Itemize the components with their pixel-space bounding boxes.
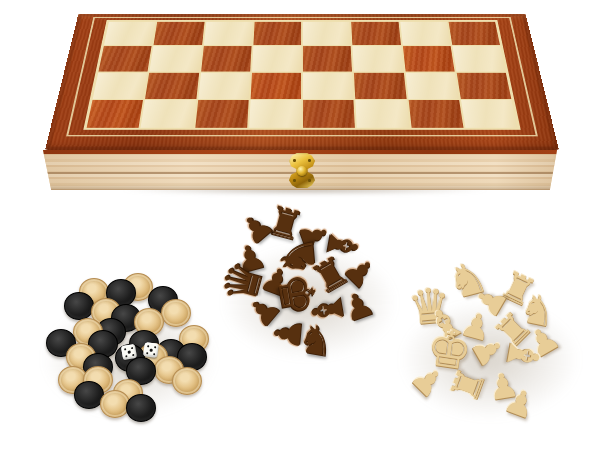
scene: ♜♟♟♝♞♟♟♟♜♛♚♟♝♟♟♞♞♜♟♞♛♝♟♜♟♚♟♝♟♜♟♟ xyxy=(0,0,600,450)
die-pip xyxy=(125,355,128,358)
die-showing-5 xyxy=(143,342,159,358)
die-pip xyxy=(153,346,156,349)
checker-disc-dark xyxy=(126,394,156,422)
chess-piece-dark-knight: ♞ xyxy=(295,317,337,363)
die-pip xyxy=(127,350,130,353)
pieces-layer: ♜♟♟♝♞♟♟♟♜♛♚♟♝♟♟♞♞♜♟♞♛♝♟♜♟♚♟♝♟♜♟♟ xyxy=(0,0,600,450)
die-pip xyxy=(147,345,150,348)
die-showing-5 xyxy=(121,344,137,360)
checker-disc-dark xyxy=(64,292,94,320)
checker-disc-light xyxy=(172,367,202,395)
checker-disc-light xyxy=(161,299,191,327)
die-pip xyxy=(123,348,126,351)
die-pip xyxy=(150,349,153,352)
die-pip xyxy=(132,353,135,356)
die-pip xyxy=(153,352,156,355)
die-pip xyxy=(146,352,149,355)
die-pip xyxy=(130,346,133,349)
